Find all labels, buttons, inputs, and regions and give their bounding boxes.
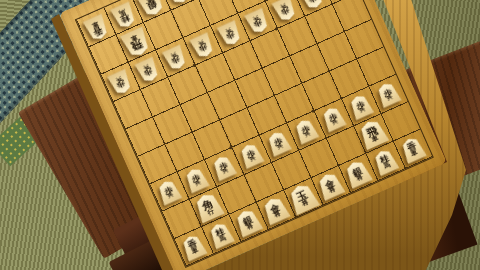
piece-kanji-sub: 車 [191,246,199,254]
shogi-game-scene: 香車桂馬銀将金将王将金将銀将桂馬香車飛車角行歩兵歩兵歩兵歩兵歩兵歩兵歩兵歩兵歩兵… [0,0,480,270]
piece-kanji-sub: 兵 [280,3,287,10]
piece-kanji-sub: 兵 [331,119,338,126]
piece-kanji-sub: 馬 [218,234,226,242]
piece-kanji-sub: 兵 [194,180,201,187]
piece-kanji-sub: 馬 [118,8,126,16]
piece-kanji-main: 歩 [307,0,318,4]
piece-kanji-sub: 行 [206,208,214,216]
piece-kanji-sub: 兵 [167,192,174,199]
piece-kanji-sub: 兵 [198,39,205,46]
piece-kanji-sub: 将 [273,210,281,218]
piece-kanji-sub: 馬 [383,161,391,169]
piece-kanji-sub: 兵 [115,76,122,83]
piece-kanji-sub: 車 [90,20,98,28]
piece-kanji-sub: 兵 [359,106,366,113]
piece-kanji-sub: 兵 [222,167,229,174]
piece-kanji-sub: 車 [371,134,379,142]
piece-kanji-sub: 兵 [170,51,177,58]
piece-kanji-sub: 将 [246,222,254,230]
piece-kanji-sub: 兵 [249,155,256,162]
piece-kanji-sub: 兵 [143,64,150,71]
piece-kanji-sub: 将 [355,173,363,181]
piece-kanji-sub: 将 [328,185,336,193]
piece-kanji-sub: 兵 [386,94,393,101]
piece-kanji-sub: 兵 [225,27,232,34]
piece-kanji-sub: 車 [410,149,418,157]
piece-kanji-sub: 兵 [252,15,259,22]
piece-kanji-sub: 兵 [277,143,284,150]
piece-kanji-sub: 兵 [304,131,311,138]
